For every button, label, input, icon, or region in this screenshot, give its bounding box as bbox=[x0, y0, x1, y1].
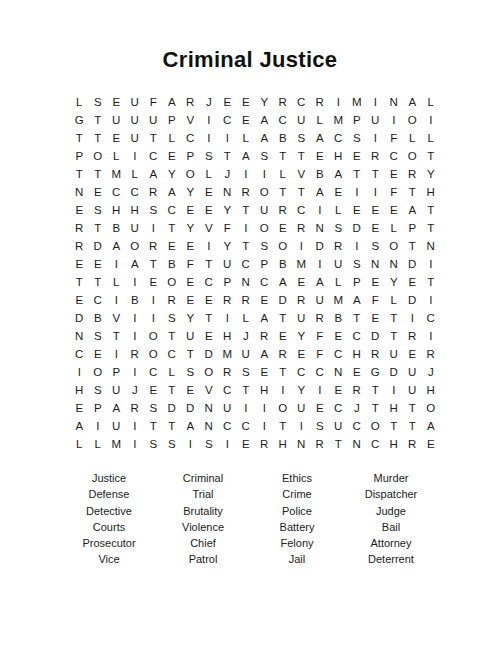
grid-cell-r14c1[interactable]: N bbox=[70, 328, 89, 346]
grid-cell-r8c17[interactable]: E bbox=[366, 220, 385, 238]
grid-cell-r3c3[interactable]: E bbox=[107, 130, 126, 148]
grid-cell-r13c18[interactable]: T bbox=[385, 310, 404, 328]
grid-cell-r5c9[interactable]: J bbox=[218, 166, 237, 184]
grid-cell-r4c5[interactable]: C bbox=[144, 148, 163, 166]
grid-cell-r15c3[interactable]: I bbox=[107, 346, 126, 364]
grid-cell-r8c3[interactable]: B bbox=[107, 220, 126, 238]
grid-cell-r1c18[interactable]: N bbox=[385, 94, 404, 112]
grid-cell-r5c14[interactable]: B bbox=[311, 166, 330, 184]
grid-cell-r19c6[interactable]: T bbox=[163, 418, 182, 436]
grid-cell-r3c14[interactable]: A bbox=[311, 130, 330, 148]
grid-cell-r12c6[interactable]: R bbox=[163, 292, 182, 310]
grid-cell-r16c9[interactable]: R bbox=[218, 364, 237, 382]
grid-cell-r16c20[interactable]: J bbox=[422, 364, 441, 382]
grid-cell-r12c5[interactable]: I bbox=[144, 292, 163, 310]
grid-cell-r14c2[interactable]: S bbox=[89, 328, 108, 346]
grid-cell-r17c11[interactable]: H bbox=[255, 382, 274, 400]
grid-cell-r19c4[interactable]: I bbox=[126, 418, 145, 436]
grid-cell-r13c11[interactable]: A bbox=[255, 310, 274, 328]
grid-cell-r11c6[interactable]: O bbox=[163, 274, 182, 292]
grid-cell-r16c16[interactable]: E bbox=[348, 364, 367, 382]
grid-cell-r3c6[interactable]: L bbox=[163, 130, 182, 148]
grid-cell-r2c12[interactable]: C bbox=[274, 112, 293, 130]
grid-cell-r10c5[interactable]: T bbox=[144, 256, 163, 274]
grid-cell-r5c1[interactable]: T bbox=[70, 166, 89, 184]
grid-cell-r13c2[interactable]: B bbox=[89, 310, 108, 328]
grid-cell-r19c5[interactable]: T bbox=[144, 418, 163, 436]
grid-cell-r6c14[interactable]: A bbox=[311, 184, 330, 202]
grid-cell-r14c4[interactable]: I bbox=[126, 328, 145, 346]
grid-cell-r7c11[interactable]: U bbox=[255, 202, 274, 220]
grid-cell-r5c15[interactable]: A bbox=[329, 166, 348, 184]
grid-cell-r13c17[interactable]: E bbox=[366, 310, 385, 328]
grid-cell-r15c9[interactable]: M bbox=[218, 346, 237, 364]
grid-cell-r15c2[interactable]: E bbox=[89, 346, 108, 364]
grid-cell-r17c10[interactable]: T bbox=[237, 382, 256, 400]
grid-cell-r13c19[interactable]: I bbox=[403, 310, 422, 328]
grid-cell-r4c2[interactable]: O bbox=[89, 148, 108, 166]
grid-cell-r9c3[interactable]: A bbox=[107, 238, 126, 256]
grid-cell-r17c7[interactable]: E bbox=[181, 382, 200, 400]
grid-cell-r17c16[interactable]: R bbox=[348, 382, 367, 400]
grid-cell-r11c16[interactable]: P bbox=[348, 274, 367, 292]
grid-cell-r7c12[interactable]: R bbox=[274, 202, 293, 220]
grid-cell-r4c6[interactable]: E bbox=[163, 148, 182, 166]
grid-cell-r9c6[interactable]: E bbox=[163, 238, 182, 256]
grid-cell-r7c4[interactable]: H bbox=[126, 202, 145, 220]
grid-cell-r13c13[interactable]: U bbox=[292, 310, 311, 328]
grid-cell-r18c10[interactable]: I bbox=[237, 400, 256, 418]
grid-cell-r2c17[interactable]: U bbox=[366, 112, 385, 130]
grid-cell-r12c7[interactable]: E bbox=[181, 292, 200, 310]
grid-cell-r2c15[interactable]: M bbox=[329, 112, 348, 130]
grid-cell-r17c4[interactable]: J bbox=[126, 382, 145, 400]
grid-cell-r3c12[interactable]: B bbox=[274, 130, 293, 148]
grid-cell-r2c9[interactable]: C bbox=[218, 112, 237, 130]
grid-cell-r7c9[interactable]: Y bbox=[218, 202, 237, 220]
grid-cell-r19c11[interactable]: I bbox=[255, 418, 274, 436]
grid-cell-r5c5[interactable]: A bbox=[144, 166, 163, 184]
grid-cell-r19c17[interactable]: O bbox=[366, 418, 385, 436]
grid-cell-r18c2[interactable]: P bbox=[89, 400, 108, 418]
grid-cell-r18c9[interactable]: U bbox=[218, 400, 237, 418]
grid-cell-r11c10[interactable]: N bbox=[237, 274, 256, 292]
grid-cell-r6c7[interactable]: Y bbox=[181, 184, 200, 202]
grid-cell-r19c18[interactable]: T bbox=[385, 418, 404, 436]
grid-cell-r15c1[interactable]: C bbox=[70, 346, 89, 364]
grid-cell-r4c12[interactable]: T bbox=[274, 148, 293, 166]
grid-cell-r10c14[interactable]: I bbox=[311, 256, 330, 274]
grid-cell-r10c13[interactable]: M bbox=[292, 256, 311, 274]
grid-cell-r1c13[interactable]: C bbox=[292, 94, 311, 112]
grid-cell-r11c5[interactable]: E bbox=[144, 274, 163, 292]
grid-cell-r4c17[interactable]: R bbox=[366, 148, 385, 166]
grid-cell-r16c8[interactable]: O bbox=[200, 364, 219, 382]
grid-cell-r6c9[interactable]: N bbox=[218, 184, 237, 202]
grid-cell-r12c8[interactable]: E bbox=[200, 292, 219, 310]
grid-cell-r7c17[interactable]: E bbox=[366, 202, 385, 220]
grid-cell-r1c16[interactable]: M bbox=[348, 94, 367, 112]
grid-cell-r7c10[interactable]: T bbox=[237, 202, 256, 220]
grid-cell-r2c11[interactable]: A bbox=[255, 112, 274, 130]
grid-cell-r19c14[interactable]: S bbox=[311, 418, 330, 436]
grid-cell-r14c3[interactable]: T bbox=[107, 328, 126, 346]
grid-cell-r10c17[interactable]: N bbox=[366, 256, 385, 274]
grid-cell-r10c6[interactable]: B bbox=[163, 256, 182, 274]
grid-cell-r8c6[interactable]: T bbox=[163, 220, 182, 238]
grid-cell-r5c17[interactable]: T bbox=[366, 166, 385, 184]
grid-cell-r10c4[interactable]: A bbox=[126, 256, 145, 274]
grid-cell-r7c15[interactable]: L bbox=[329, 202, 348, 220]
grid-cell-r14c10[interactable]: J bbox=[237, 328, 256, 346]
grid-cell-r2c10[interactable]: E bbox=[237, 112, 256, 130]
grid-cell-r10c8[interactable]: T bbox=[200, 256, 219, 274]
grid-cell-r20c8[interactable]: S bbox=[200, 436, 219, 454]
grid-cell-r9c4[interactable]: O bbox=[126, 238, 145, 256]
grid-cell-r4c16[interactable]: E bbox=[348, 148, 367, 166]
grid-cell-r18c5[interactable]: S bbox=[144, 400, 163, 418]
grid-cell-r14c20[interactable]: I bbox=[422, 328, 441, 346]
grid-cell-r15c8[interactable]: D bbox=[200, 346, 219, 364]
grid-cell-r8c14[interactable]: N bbox=[311, 220, 330, 238]
grid-cell-r13c1[interactable]: D bbox=[70, 310, 89, 328]
grid-cell-r16c11[interactable]: E bbox=[255, 364, 274, 382]
grid-cell-r12c19[interactable]: D bbox=[403, 292, 422, 310]
grid-cell-r8c10[interactable]: I bbox=[237, 220, 256, 238]
grid-cell-r16c10[interactable]: S bbox=[237, 364, 256, 382]
grid-cell-r8c7[interactable]: Y bbox=[181, 220, 200, 238]
grid-cell-r19c16[interactable]: C bbox=[348, 418, 367, 436]
grid-cell-r9c18[interactable]: O bbox=[385, 238, 404, 256]
grid-cell-r8c11[interactable]: O bbox=[255, 220, 274, 238]
grid-cell-r18c8[interactable]: N bbox=[200, 400, 219, 418]
grid-cell-r3c10[interactable]: L bbox=[237, 130, 256, 148]
grid-cell-r9c15[interactable]: R bbox=[329, 238, 348, 256]
grid-cell-r14c15[interactable]: E bbox=[329, 328, 348, 346]
grid-cell-r20c14[interactable]: R bbox=[311, 436, 330, 454]
grid-cell-r11c17[interactable]: E bbox=[366, 274, 385, 292]
grid-cell-r16c5[interactable]: C bbox=[144, 364, 163, 382]
grid-cell-r15c20[interactable]: R bbox=[422, 346, 441, 364]
grid-cell-r17c1[interactable]: H bbox=[70, 382, 89, 400]
grid-cell-r2c16[interactable]: P bbox=[348, 112, 367, 130]
grid-cell-r7c2[interactable]: S bbox=[89, 202, 108, 220]
grid-cell-r7c1[interactable]: E bbox=[70, 202, 89, 220]
grid-cell-r9c1[interactable]: R bbox=[70, 238, 89, 256]
grid-cell-r3c4[interactable]: U bbox=[126, 130, 145, 148]
grid-cell-r15c16[interactable]: H bbox=[348, 346, 367, 364]
grid-cell-r3c13[interactable]: S bbox=[292, 130, 311, 148]
grid-cell-r18c17[interactable]: T bbox=[366, 400, 385, 418]
grid-cell-r3c20[interactable]: L bbox=[422, 130, 441, 148]
grid-cell-r17c5[interactable]: E bbox=[144, 382, 163, 400]
grid-cell-r15c14[interactable]: F bbox=[311, 346, 330, 364]
grid-cell-r15c15[interactable]: C bbox=[329, 346, 348, 364]
grid-cell-r20c3[interactable]: M bbox=[107, 436, 126, 454]
grid-cell-r15c17[interactable]: R bbox=[366, 346, 385, 364]
grid-cell-r14c19[interactable]: R bbox=[403, 328, 422, 346]
grid-cell-r1c12[interactable]: R bbox=[274, 94, 293, 112]
grid-cell-r18c1[interactable]: E bbox=[70, 400, 89, 418]
grid-cell-r20c15[interactable]: T bbox=[329, 436, 348, 454]
grid-cell-r6c16[interactable]: I bbox=[348, 184, 367, 202]
grid-cell-r20c4[interactable]: I bbox=[126, 436, 145, 454]
grid-cell-r3c15[interactable]: C bbox=[329, 130, 348, 148]
grid-cell-r3c8[interactable]: I bbox=[200, 130, 219, 148]
grid-cell-r3c19[interactable]: L bbox=[403, 130, 422, 148]
grid-cell-r1c10[interactable]: E bbox=[237, 94, 256, 112]
grid-cell-r13c20[interactable]: C bbox=[422, 310, 441, 328]
grid-cell-r10c11[interactable]: P bbox=[255, 256, 274, 274]
grid-cell-r12c10[interactable]: R bbox=[237, 292, 256, 310]
grid-cell-r7c20[interactable]: T bbox=[422, 202, 441, 220]
grid-cell-r13c3[interactable]: V bbox=[107, 310, 126, 328]
grid-cell-r14c16[interactable]: C bbox=[348, 328, 367, 346]
grid-cell-r4c7[interactable]: P bbox=[181, 148, 200, 166]
grid-cell-r8c5[interactable]: I bbox=[144, 220, 163, 238]
grid-cell-r5c12[interactable]: L bbox=[274, 166, 293, 184]
grid-cell-r1c20[interactable]: L bbox=[422, 94, 441, 112]
grid-cell-r15c10[interactable]: U bbox=[237, 346, 256, 364]
grid-cell-r6c13[interactable]: T bbox=[292, 184, 311, 202]
grid-cell-r14c12[interactable]: E bbox=[274, 328, 293, 346]
grid-cell-r16c14[interactable]: C bbox=[311, 364, 330, 382]
grid-cell-r11c1[interactable]: T bbox=[70, 274, 89, 292]
grid-cell-r18c18[interactable]: H bbox=[385, 400, 404, 418]
grid-cell-r7c3[interactable]: H bbox=[107, 202, 126, 220]
grid-cell-r17c2[interactable]: S bbox=[89, 382, 108, 400]
grid-cell-r17c19[interactable]: U bbox=[403, 382, 422, 400]
grid-cell-r20c11[interactable]: R bbox=[255, 436, 274, 454]
grid-cell-r5c3[interactable]: M bbox=[107, 166, 126, 184]
grid-cell-r19c20[interactable]: A bbox=[422, 418, 441, 436]
grid-cell-r14c13[interactable]: Y bbox=[292, 328, 311, 346]
grid-cell-r8c18[interactable]: L bbox=[385, 220, 404, 238]
grid-cell-r3c7[interactable]: C bbox=[181, 130, 200, 148]
grid-cell-r1c4[interactable]: U bbox=[126, 94, 145, 112]
grid-cell-r7c7[interactable]: E bbox=[181, 202, 200, 220]
grid-cell-r12c9[interactable]: R bbox=[218, 292, 237, 310]
grid-cell-r16c15[interactable]: N bbox=[329, 364, 348, 382]
grid-cell-r17c3[interactable]: U bbox=[107, 382, 126, 400]
grid-cell-r3c2[interactable]: T bbox=[89, 130, 108, 148]
grid-cell-r4c13[interactable]: T bbox=[292, 148, 311, 166]
grid-cell-r3c17[interactable]: I bbox=[366, 130, 385, 148]
grid-cell-r14c18[interactable]: T bbox=[385, 328, 404, 346]
grid-cell-r10c18[interactable]: N bbox=[385, 256, 404, 274]
grid-cell-r1c11[interactable]: Y bbox=[255, 94, 274, 112]
grid-cell-r3c11[interactable]: A bbox=[255, 130, 274, 148]
grid-cell-r14c6[interactable]: T bbox=[163, 328, 182, 346]
grid-cell-r8c20[interactable]: T bbox=[422, 220, 441, 238]
grid-cell-r19c12[interactable]: T bbox=[274, 418, 293, 436]
grid-cell-r19c7[interactable]: A bbox=[181, 418, 200, 436]
grid-cell-r18c3[interactable]: A bbox=[107, 400, 126, 418]
grid-cell-r12c18[interactable]: L bbox=[385, 292, 404, 310]
grid-cell-r9c14[interactable]: D bbox=[311, 238, 330, 256]
grid-cell-r11c4[interactable]: I bbox=[126, 274, 145, 292]
grid-cell-r15c19[interactable]: E bbox=[403, 346, 422, 364]
grid-cell-r11c12[interactable]: A bbox=[274, 274, 293, 292]
grid-cell-r5c16[interactable]: T bbox=[348, 166, 367, 184]
grid-cell-r17c20[interactable]: H bbox=[422, 382, 441, 400]
grid-cell-r7c19[interactable]: A bbox=[403, 202, 422, 220]
grid-cell-r18c4[interactable]: R bbox=[126, 400, 145, 418]
grid-cell-r4c4[interactable]: I bbox=[126, 148, 145, 166]
grid-cell-r7c14[interactable]: I bbox=[311, 202, 330, 220]
grid-cell-r18c12[interactable]: O bbox=[274, 400, 293, 418]
grid-cell-r13c4[interactable]: I bbox=[126, 310, 145, 328]
grid-cell-r20c13[interactable]: N bbox=[292, 436, 311, 454]
grid-cell-r6c19[interactable]: T bbox=[403, 184, 422, 202]
grid-cell-r4c14[interactable]: E bbox=[311, 148, 330, 166]
grid-cell-r15c6[interactable]: C bbox=[163, 346, 182, 364]
grid-cell-r4c15[interactable]: H bbox=[329, 148, 348, 166]
grid-cell-r10c3[interactable]: I bbox=[107, 256, 126, 274]
grid-cell-r10c1[interactable]: E bbox=[70, 256, 89, 274]
grid-cell-r8c9[interactable]: F bbox=[218, 220, 237, 238]
grid-cell-r20c9[interactable]: I bbox=[218, 436, 237, 454]
grid-cell-r6c11[interactable]: O bbox=[255, 184, 274, 202]
grid-cell-r2c5[interactable]: U bbox=[144, 112, 163, 130]
grid-cell-r4c11[interactable]: S bbox=[255, 148, 274, 166]
grid-cell-r2c6[interactable]: P bbox=[163, 112, 182, 130]
grid-cell-r17c9[interactable]: C bbox=[218, 382, 237, 400]
grid-cell-r19c2[interactable]: I bbox=[89, 418, 108, 436]
grid-cell-r1c3[interactable]: E bbox=[107, 94, 126, 112]
grid-cell-r17c12[interactable]: I bbox=[274, 382, 293, 400]
grid-cell-r20c20[interactable]: E bbox=[422, 436, 441, 454]
grid-cell-r12c3[interactable]: I bbox=[107, 292, 126, 310]
grid-cell-r6c6[interactable]: A bbox=[163, 184, 182, 202]
grid-cell-r5c11[interactable]: I bbox=[255, 166, 274, 184]
grid-cell-r5c19[interactable]: R bbox=[403, 166, 422, 184]
grid-cell-r18c15[interactable]: C bbox=[329, 400, 348, 418]
grid-cell-r1c5[interactable]: F bbox=[144, 94, 163, 112]
grid-cell-r5c4[interactable]: L bbox=[126, 166, 145, 184]
grid-cell-r4c8[interactable]: S bbox=[200, 148, 219, 166]
grid-cell-r16c18[interactable]: D bbox=[385, 364, 404, 382]
grid-cell-r2c20[interactable]: I bbox=[422, 112, 441, 130]
grid-cell-r12c13[interactable]: R bbox=[292, 292, 311, 310]
grid-cell-r20c6[interactable]: S bbox=[163, 436, 182, 454]
grid-cell-r5c6[interactable]: Y bbox=[163, 166, 182, 184]
grid-cell-r5c10[interactable]: I bbox=[237, 166, 256, 184]
grid-cell-r16c19[interactable]: U bbox=[403, 364, 422, 382]
grid-cell-r12c4[interactable]: B bbox=[126, 292, 145, 310]
grid-cell-r4c10[interactable]: A bbox=[237, 148, 256, 166]
grid-cell-r9c8[interactable]: I bbox=[200, 238, 219, 256]
grid-cell-r7c13[interactable]: C bbox=[292, 202, 311, 220]
grid-cell-r9c13[interactable]: I bbox=[292, 238, 311, 256]
grid-cell-r13c15[interactable]: B bbox=[329, 310, 348, 328]
grid-cell-r13c16[interactable]: T bbox=[348, 310, 367, 328]
grid-cell-r13c8[interactable]: T bbox=[200, 310, 219, 328]
grid-cell-r11c2[interactable]: T bbox=[89, 274, 108, 292]
grid-cell-r1c14[interactable]: R bbox=[311, 94, 330, 112]
grid-cell-r12c2[interactable]: C bbox=[89, 292, 108, 310]
grid-cell-r9c16[interactable]: I bbox=[348, 238, 367, 256]
grid-cell-r17c14[interactable]: I bbox=[311, 382, 330, 400]
grid-cell-r1c9[interactable]: E bbox=[218, 94, 237, 112]
grid-cell-r8c13[interactable]: R bbox=[292, 220, 311, 238]
grid-cell-r14c14[interactable]: F bbox=[311, 328, 330, 346]
grid-cell-r15c4[interactable]: R bbox=[126, 346, 145, 364]
grid-cell-r17c18[interactable]: I bbox=[385, 382, 404, 400]
grid-cell-r11c8[interactable]: C bbox=[200, 274, 219, 292]
grid-cell-r16c13[interactable]: C bbox=[292, 364, 311, 382]
grid-cell-r6c3[interactable]: C bbox=[107, 184, 126, 202]
grid-cell-r2c13[interactable]: U bbox=[292, 112, 311, 130]
grid-cell-r1c7[interactable]: R bbox=[181, 94, 200, 112]
grid-cell-r20c18[interactable]: H bbox=[385, 436, 404, 454]
grid-cell-r19c13[interactable]: I bbox=[292, 418, 311, 436]
grid-cell-r2c8[interactable]: I bbox=[200, 112, 219, 130]
grid-cell-r2c2[interactable]: T bbox=[89, 112, 108, 130]
grid-cell-r7c18[interactable]: E bbox=[385, 202, 404, 220]
grid-cell-r5c8[interactable]: L bbox=[200, 166, 219, 184]
grid-cell-r11c7[interactable]: E bbox=[181, 274, 200, 292]
grid-cell-r5c2[interactable]: T bbox=[89, 166, 108, 184]
grid-cell-r8c2[interactable]: T bbox=[89, 220, 108, 238]
grid-cell-r6c15[interactable]: E bbox=[329, 184, 348, 202]
grid-cell-r7c8[interactable]: E bbox=[200, 202, 219, 220]
grid-cell-r20c10[interactable]: E bbox=[237, 436, 256, 454]
grid-cell-r9c5[interactable]: R bbox=[144, 238, 163, 256]
grid-cell-r10c7[interactable]: F bbox=[181, 256, 200, 274]
grid-cell-r6c10[interactable]: R bbox=[237, 184, 256, 202]
grid-cell-r18c11[interactable]: I bbox=[255, 400, 274, 418]
grid-cell-r2c4[interactable]: U bbox=[126, 112, 145, 130]
grid-cell-r18c20[interactable]: O bbox=[422, 400, 441, 418]
grid-cell-r17c8[interactable]: V bbox=[200, 382, 219, 400]
grid-cell-r9c9[interactable]: Y bbox=[218, 238, 237, 256]
grid-cell-r11c18[interactable]: Y bbox=[385, 274, 404, 292]
grid-cell-r18c14[interactable]: E bbox=[311, 400, 330, 418]
grid-cell-r20c16[interactable]: N bbox=[348, 436, 367, 454]
grid-cell-r1c8[interactable]: J bbox=[200, 94, 219, 112]
grid-cell-r1c17[interactable]: I bbox=[366, 94, 385, 112]
grid-cell-r20c5[interactable]: S bbox=[144, 436, 163, 454]
grid-cell-r6c4[interactable]: C bbox=[126, 184, 145, 202]
grid-cell-r15c5[interactable]: O bbox=[144, 346, 163, 364]
grid-cell-r3c1[interactable]: T bbox=[70, 130, 89, 148]
grid-cell-r12c1[interactable]: E bbox=[70, 292, 89, 310]
grid-cell-r15c12[interactable]: R bbox=[274, 346, 293, 364]
grid-cell-r19c15[interactable]: U bbox=[329, 418, 348, 436]
grid-cell-r9c20[interactable]: N bbox=[422, 238, 441, 256]
grid-cell-r6c17[interactable]: I bbox=[366, 184, 385, 202]
grid-cell-r14c5[interactable]: O bbox=[144, 328, 163, 346]
grid-cell-r13c5[interactable]: I bbox=[144, 310, 163, 328]
grid-cell-r7c5[interactable]: S bbox=[144, 202, 163, 220]
grid-cell-r8c4[interactable]: U bbox=[126, 220, 145, 238]
grid-cell-r9c7[interactable]: E bbox=[181, 238, 200, 256]
grid-cell-r5c13[interactable]: V bbox=[292, 166, 311, 184]
grid-cell-r10c16[interactable]: S bbox=[348, 256, 367, 274]
grid-cell-r16c12[interactable]: T bbox=[274, 364, 293, 382]
grid-cell-r20c7[interactable]: I bbox=[181, 436, 200, 454]
grid-cell-r8c19[interactable]: P bbox=[403, 220, 422, 238]
grid-cell-r15c18[interactable]: U bbox=[385, 346, 404, 364]
grid-cell-r11c19[interactable]: E bbox=[403, 274, 422, 292]
grid-cell-r5c7[interactable]: O bbox=[181, 166, 200, 184]
grid-cell-r11c14[interactable]: A bbox=[311, 274, 330, 292]
grid-cell-r10c19[interactable]: D bbox=[403, 256, 422, 274]
grid-cell-r20c2[interactable]: L bbox=[89, 436, 108, 454]
grid-cell-r2c14[interactable]: L bbox=[311, 112, 330, 130]
grid-cell-r4c18[interactable]: C bbox=[385, 148, 404, 166]
